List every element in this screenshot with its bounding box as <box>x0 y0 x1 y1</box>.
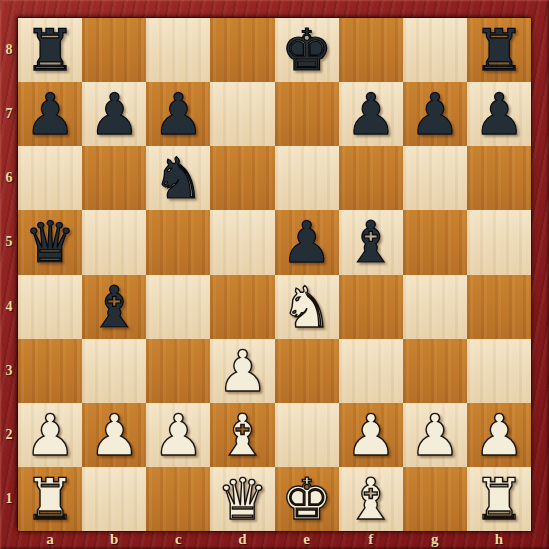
square-h2[interactable]: ♟ <box>467 403 531 467</box>
square-a7[interactable]: ♟ <box>18 82 82 146</box>
piece-white-bishop-f1[interactable]: ♝ <box>345 467 396 531</box>
square-d1[interactable]: ♛ <box>210 467 274 531</box>
square-d5[interactable] <box>210 210 274 274</box>
square-e2[interactable] <box>275 403 339 467</box>
file-labels: abcdefgh <box>18 530 531 549</box>
piece-black-pawn-h7[interactable]: ♟ <box>473 82 524 146</box>
square-e3[interactable] <box>275 339 339 403</box>
square-g2[interactable]: ♟ <box>403 403 467 467</box>
rank-label-8: 8 <box>0 18 18 82</box>
square-h3[interactable] <box>467 339 531 403</box>
chess-board-frame: ♜♚♜♟♟♟♟♟♟♞♛♟♝♝♞♟♟♟♟♝♟♟♟♜♛♚♝♜ 87654321 ab… <box>0 0 549 549</box>
piece-black-pawn-c7[interactable]: ♟ <box>153 82 204 146</box>
square-c1[interactable] <box>146 467 210 531</box>
file-label-h: h <box>467 530 531 549</box>
square-f5[interactable]: ♝ <box>339 210 403 274</box>
square-g8[interactable] <box>403 18 467 82</box>
file-label-g: g <box>403 530 467 549</box>
square-h1[interactable]: ♜ <box>467 467 531 531</box>
piece-white-pawn-g2[interactable]: ♟ <box>409 403 460 467</box>
piece-white-pawn-b2[interactable]: ♟ <box>89 403 140 467</box>
square-a1[interactable]: ♜ <box>18 467 82 531</box>
file-label-e: e <box>275 530 339 549</box>
piece-white-pawn-f2[interactable]: ♟ <box>345 403 396 467</box>
square-c6[interactable]: ♞ <box>146 146 210 210</box>
square-e6[interactable] <box>275 146 339 210</box>
rank-label-3: 3 <box>0 339 18 403</box>
square-f1[interactable]: ♝ <box>339 467 403 531</box>
square-a2[interactable]: ♟ <box>18 403 82 467</box>
square-a6[interactable] <box>18 146 82 210</box>
square-a5[interactable]: ♛ <box>18 210 82 274</box>
square-f7[interactable]: ♟ <box>339 82 403 146</box>
piece-black-rook-h8[interactable]: ♜ <box>473 18 524 82</box>
piece-white-pawn-a2[interactable]: ♟ <box>25 403 76 467</box>
piece-white-queen-d1[interactable]: ♛ <box>217 467 268 531</box>
square-f2[interactable]: ♟ <box>339 403 403 467</box>
square-c3[interactable] <box>146 339 210 403</box>
square-b4[interactable]: ♝ <box>82 275 146 339</box>
rank-label-7: 7 <box>0 82 18 146</box>
square-c5[interactable] <box>146 210 210 274</box>
square-e8[interactable]: ♚ <box>275 18 339 82</box>
piece-black-knight-c6[interactable]: ♞ <box>153 146 204 210</box>
square-g3[interactable] <box>403 339 467 403</box>
square-d6[interactable] <box>210 146 274 210</box>
square-f6[interactable] <box>339 146 403 210</box>
piece-white-pawn-d3[interactable]: ♟ <box>217 339 268 403</box>
square-b3[interactable] <box>82 339 146 403</box>
piece-black-pawn-b7[interactable]: ♟ <box>89 82 140 146</box>
piece-white-king-e1[interactable]: ♚ <box>281 467 332 531</box>
piece-black-pawn-a7[interactable]: ♟ <box>25 82 76 146</box>
square-f8[interactable] <box>339 18 403 82</box>
file-label-b: b <box>82 530 146 549</box>
rank-label-2: 2 <box>0 403 18 467</box>
square-g4[interactable] <box>403 275 467 339</box>
square-g5[interactable] <box>403 210 467 274</box>
file-label-a: a <box>18 530 82 549</box>
rank-label-4: 4 <box>0 275 18 339</box>
square-h8[interactable]: ♜ <box>467 18 531 82</box>
piece-black-rook-a8[interactable]: ♜ <box>25 18 76 82</box>
rank-label-6: 6 <box>0 146 18 210</box>
square-e1[interactable]: ♚ <box>275 467 339 531</box>
file-label-f: f <box>339 530 403 549</box>
square-b8[interactable] <box>82 18 146 82</box>
rank-labels: 87654321 <box>0 18 18 531</box>
square-d2[interactable]: ♝ <box>210 403 274 467</box>
square-a8[interactable]: ♜ <box>18 18 82 82</box>
square-d3[interactable]: ♟ <box>210 339 274 403</box>
square-b2[interactable]: ♟ <box>82 403 146 467</box>
piece-black-bishop-b4[interactable]: ♝ <box>89 275 140 339</box>
square-g1[interactable] <box>403 467 467 531</box>
rank-label-1: 1 <box>0 467 18 531</box>
square-b5[interactable] <box>82 210 146 274</box>
square-c4[interactable] <box>146 275 210 339</box>
square-h5[interactable] <box>467 210 531 274</box>
piece-black-queen-a5[interactable]: ♛ <box>25 210 76 274</box>
board: ♜♚♜♟♟♟♟♟♟♞♛♟♝♝♞♟♟♟♟♝♟♟♟♜♛♚♝♜ <box>18 18 531 531</box>
square-b1[interactable] <box>82 467 146 531</box>
piece-white-bishop-d2[interactable]: ♝ <box>217 403 268 467</box>
square-a4[interactable] <box>18 275 82 339</box>
piece-white-pawn-h2[interactable]: ♟ <box>473 403 524 467</box>
piece-white-knight-e4[interactable]: ♞ <box>281 275 332 339</box>
square-h4[interactable] <box>467 275 531 339</box>
piece-white-rook-a1[interactable]: ♜ <box>25 467 76 531</box>
square-g7[interactable]: ♟ <box>403 82 467 146</box>
square-f4[interactable] <box>339 275 403 339</box>
piece-white-rook-h1[interactable]: ♜ <box>473 467 524 531</box>
square-b6[interactable] <box>82 146 146 210</box>
piece-black-bishop-f5[interactable]: ♝ <box>345 210 396 274</box>
piece-white-pawn-c2[interactable]: ♟ <box>153 403 204 467</box>
file-label-c: c <box>146 530 210 549</box>
square-e4[interactable]: ♞ <box>275 275 339 339</box>
square-d7[interactable] <box>210 82 274 146</box>
square-d8[interactable] <box>210 18 274 82</box>
square-e5[interactable]: ♟ <box>275 210 339 274</box>
rank-label-5: 5 <box>0 210 18 274</box>
square-f3[interactable] <box>339 339 403 403</box>
square-c2[interactable]: ♟ <box>146 403 210 467</box>
square-b7[interactable]: ♟ <box>82 82 146 146</box>
square-e7[interactable] <box>275 82 339 146</box>
square-c8[interactable] <box>146 18 210 82</box>
square-a3[interactable] <box>18 339 82 403</box>
piece-black-pawn-f7[interactable]: ♟ <box>345 82 396 146</box>
square-c7[interactable]: ♟ <box>146 82 210 146</box>
file-label-d: d <box>210 530 274 549</box>
piece-black-king-e8[interactable]: ♚ <box>281 18 332 82</box>
square-h7[interactable]: ♟ <box>467 82 531 146</box>
square-d4[interactable] <box>210 275 274 339</box>
piece-black-pawn-g7[interactable]: ♟ <box>409 82 460 146</box>
piece-black-pawn-e5[interactable]: ♟ <box>281 210 332 274</box>
square-g6[interactable] <box>403 146 467 210</box>
square-h6[interactable] <box>467 146 531 210</box>
